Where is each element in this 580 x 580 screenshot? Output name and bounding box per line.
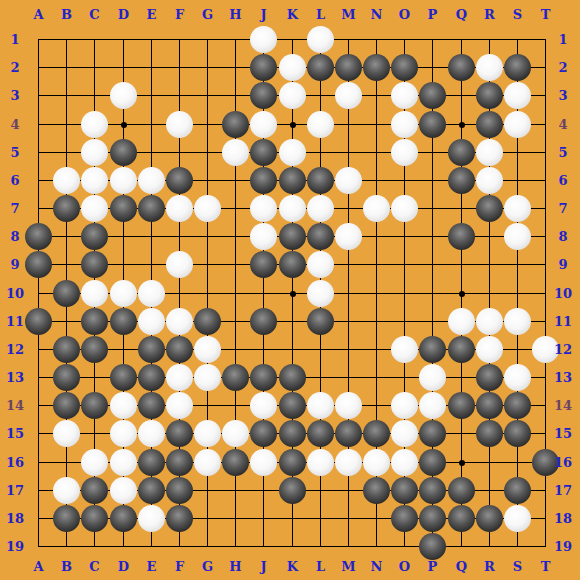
stone-white[interactable] xyxy=(307,251,334,278)
column-label-bottom: S xyxy=(507,559,529,575)
star-point xyxy=(290,291,296,297)
stone-white[interactable] xyxy=(194,420,221,447)
stone-white[interactable] xyxy=(335,449,362,476)
stone-black[interactable] xyxy=(81,477,108,504)
stone-white[interactable] xyxy=(250,111,277,138)
stone-black[interactable] xyxy=(307,308,334,335)
stone-black[interactable] xyxy=(476,420,503,447)
stone-white[interactable] xyxy=(504,308,531,335)
stone-black[interactable] xyxy=(279,167,306,194)
stone-black[interactable] xyxy=(53,392,80,419)
stone-white[interactable] xyxy=(250,392,277,419)
column-label-bottom: R xyxy=(479,559,501,575)
stone-black[interactable] xyxy=(166,336,193,363)
stone-white[interactable] xyxy=(504,82,531,109)
stone-black[interactable] xyxy=(476,505,503,532)
stone-black[interactable] xyxy=(110,364,137,391)
stone-white[interactable] xyxy=(166,195,193,222)
stone-black[interactable] xyxy=(138,449,165,476)
stone-white[interactable] xyxy=(81,449,108,476)
row-label-left: 13 xyxy=(4,370,26,386)
row-label-right: 1 xyxy=(552,32,574,48)
stone-black[interactable] xyxy=(166,420,193,447)
column-label-top: O xyxy=(394,7,416,23)
row-label-left: 16 xyxy=(4,455,26,471)
column-label-bottom: J xyxy=(253,559,275,575)
column-label-bottom: G xyxy=(197,559,219,575)
row-label-left: 7 xyxy=(4,201,26,217)
stone-white[interactable] xyxy=(222,420,249,447)
stone-white[interactable] xyxy=(250,195,277,222)
column-label-bottom: N xyxy=(366,559,388,575)
stone-black[interactable] xyxy=(307,420,334,447)
stone-white[interactable] xyxy=(279,82,306,109)
column-label-bottom: E xyxy=(141,559,163,575)
stone-white[interactable] xyxy=(307,26,334,53)
stone-black[interactable] xyxy=(250,251,277,278)
stone-white[interactable] xyxy=(166,251,193,278)
stone-white[interactable] xyxy=(363,449,390,476)
row-label-left: 11 xyxy=(4,314,26,330)
column-label-bottom: F xyxy=(169,559,191,575)
stone-white[interactable] xyxy=(391,420,418,447)
stone-white[interactable] xyxy=(504,195,531,222)
column-label-top: T xyxy=(535,7,557,23)
stone-black[interactable] xyxy=(166,167,193,194)
stone-white[interactable] xyxy=(110,82,137,109)
row-label-left: 2 xyxy=(4,60,26,76)
stone-black[interactable] xyxy=(448,223,475,250)
stone-black[interactable] xyxy=(419,449,446,476)
stone-white[interactable] xyxy=(110,280,137,307)
column-label-bottom: L xyxy=(310,559,332,575)
stone-white[interactable] xyxy=(504,223,531,250)
row-label-left: 15 xyxy=(4,426,26,442)
stone-black[interactable] xyxy=(476,111,503,138)
stone-black[interactable] xyxy=(448,477,475,504)
column-label-bottom: O xyxy=(394,559,416,575)
stone-black[interactable] xyxy=(476,392,503,419)
stone-white[interactable] xyxy=(166,308,193,335)
column-label-top: H xyxy=(225,7,247,23)
stone-white[interactable] xyxy=(279,54,306,81)
column-label-top: S xyxy=(507,7,529,23)
stone-white[interactable] xyxy=(222,139,249,166)
stone-black[interactable] xyxy=(81,505,108,532)
stone-white[interactable] xyxy=(476,336,503,363)
stone-black[interactable] xyxy=(53,364,80,391)
stone-black[interactable] xyxy=(419,420,446,447)
stone-black[interactable] xyxy=(138,195,165,222)
stone-white[interactable] xyxy=(391,449,418,476)
row-label-right: 11 xyxy=(552,314,574,330)
stone-black[interactable] xyxy=(448,54,475,81)
stone-black[interactable] xyxy=(504,420,531,447)
row-label-left: 6 xyxy=(4,173,26,189)
stone-black[interactable] xyxy=(419,336,446,363)
column-label-top: G xyxy=(197,7,219,23)
stone-black[interactable] xyxy=(391,54,418,81)
stone-white[interactable] xyxy=(391,392,418,419)
stone-white[interactable] xyxy=(110,167,137,194)
stone-white[interactable] xyxy=(279,139,306,166)
stone-black[interactable] xyxy=(250,420,277,447)
stone-black[interactable] xyxy=(110,139,137,166)
stone-black[interactable] xyxy=(307,223,334,250)
column-label-top: N xyxy=(366,7,388,23)
row-label-right: 8 xyxy=(552,229,574,245)
stone-white[interactable] xyxy=(110,392,137,419)
stone-black[interactable] xyxy=(250,308,277,335)
stone-white[interactable] xyxy=(81,280,108,307)
row-label-left: 4 xyxy=(4,117,26,133)
column-label-bottom: Q xyxy=(451,559,473,575)
stone-black[interactable] xyxy=(307,167,334,194)
stone-black[interactable] xyxy=(166,505,193,532)
stone-white[interactable] xyxy=(138,167,165,194)
grid-line-horizontal xyxy=(38,546,546,547)
stone-black[interactable] xyxy=(110,505,137,532)
stone-black[interactable] xyxy=(335,420,362,447)
stone-black[interactable] xyxy=(81,223,108,250)
column-label-bottom: H xyxy=(225,559,247,575)
stone-white[interactable] xyxy=(504,111,531,138)
column-label-top: Q xyxy=(451,7,473,23)
stone-white[interactable] xyxy=(307,280,334,307)
column-label-bottom: D xyxy=(113,559,135,575)
column-label-top: D xyxy=(113,7,135,23)
stone-black[interactable] xyxy=(419,477,446,504)
stone-white[interactable] xyxy=(391,336,418,363)
stone-white[interactable] xyxy=(250,26,277,53)
row-label-right: 7 xyxy=(552,201,574,217)
column-label-bottom: T xyxy=(535,559,557,575)
stone-black[interactable] xyxy=(25,251,52,278)
go-board[interactable] xyxy=(0,0,580,580)
stone-white[interactable] xyxy=(419,364,446,391)
stone-black[interactable] xyxy=(363,420,390,447)
stone-white[interactable] xyxy=(307,111,334,138)
stone-black[interactable] xyxy=(250,54,277,81)
stone-black[interactable] xyxy=(110,195,137,222)
go-board-app: AABBCCDDEEFFGGHHJJKKLLMMNNOOPPQQRRSSTT11… xyxy=(0,0,580,580)
stone-black[interactable] xyxy=(194,308,221,335)
column-label-top: J xyxy=(253,7,275,23)
stone-black[interactable] xyxy=(25,308,52,335)
row-label-left: 14 xyxy=(4,398,26,414)
stone-white[interactable] xyxy=(335,392,362,419)
stone-white[interactable] xyxy=(363,195,390,222)
stone-black[interactable] xyxy=(166,477,193,504)
stone-black[interactable] xyxy=(419,505,446,532)
stone-black[interactable] xyxy=(279,449,306,476)
stone-black[interactable] xyxy=(391,477,418,504)
stone-black[interactable] xyxy=(448,167,475,194)
column-label-bottom: C xyxy=(84,559,106,575)
star-point xyxy=(459,460,465,466)
stone-black[interactable] xyxy=(448,139,475,166)
stone-black[interactable] xyxy=(53,280,80,307)
stone-black[interactable] xyxy=(335,54,362,81)
stone-black[interactable] xyxy=(53,195,80,222)
stone-white[interactable] xyxy=(419,392,446,419)
stone-white[interactable] xyxy=(81,195,108,222)
row-label-left: 18 xyxy=(4,511,26,527)
stone-black[interactable] xyxy=(448,505,475,532)
stone-white[interactable] xyxy=(335,223,362,250)
stone-white[interactable] xyxy=(138,308,165,335)
column-label-top: B xyxy=(56,7,78,23)
star-point xyxy=(459,291,465,297)
row-label-left: 1 xyxy=(4,32,26,48)
stone-black[interactable] xyxy=(81,336,108,363)
stone-white[interactable] xyxy=(391,82,418,109)
stone-black[interactable] xyxy=(279,364,306,391)
stone-white[interactable] xyxy=(476,139,503,166)
stone-black[interactable] xyxy=(279,420,306,447)
stone-white[interactable] xyxy=(391,195,418,222)
stone-black[interactable] xyxy=(476,82,503,109)
star-point xyxy=(121,122,127,128)
stone-black[interactable] xyxy=(363,477,390,504)
stone-white[interactable] xyxy=(307,449,334,476)
stone-white[interactable] xyxy=(335,167,362,194)
stone-black[interactable] xyxy=(363,54,390,81)
stone-white[interactable] xyxy=(53,420,80,447)
stone-white[interactable] xyxy=(476,167,503,194)
stone-black[interactable] xyxy=(476,364,503,391)
row-label-right: 17 xyxy=(552,483,574,499)
stone-black[interactable] xyxy=(53,505,80,532)
stone-black[interactable] xyxy=(81,251,108,278)
row-label-right: 3 xyxy=(552,88,574,104)
stone-black[interactable] xyxy=(222,364,249,391)
row-label-right: 19 xyxy=(552,539,574,555)
stone-white[interactable] xyxy=(391,139,418,166)
stone-white[interactable] xyxy=(166,392,193,419)
stone-white[interactable] xyxy=(476,54,503,81)
row-label-right: 16 xyxy=(552,455,574,471)
stone-white[interactable] xyxy=(110,477,137,504)
row-label-right: 15 xyxy=(552,426,574,442)
row-label-left: 19 xyxy=(4,539,26,555)
stone-white[interactable] xyxy=(194,364,221,391)
column-label-top: L xyxy=(310,7,332,23)
stone-black[interactable] xyxy=(448,336,475,363)
stone-black[interactable] xyxy=(419,533,446,560)
stone-white[interactable] xyxy=(194,336,221,363)
stone-black[interactable] xyxy=(166,449,193,476)
stone-black[interactable] xyxy=(222,449,249,476)
stone-black[interactable] xyxy=(391,505,418,532)
stone-white[interactable] xyxy=(53,167,80,194)
stone-black[interactable] xyxy=(250,139,277,166)
row-label-left: 8 xyxy=(4,229,26,245)
stone-black[interactable] xyxy=(250,364,277,391)
stone-black[interactable] xyxy=(53,336,80,363)
stone-white[interactable] xyxy=(81,139,108,166)
column-label-top: R xyxy=(479,7,501,23)
row-label-right: 6 xyxy=(552,173,574,189)
stone-white[interactable] xyxy=(138,280,165,307)
stone-black[interactable] xyxy=(138,336,165,363)
stone-white[interactable] xyxy=(194,449,221,476)
column-label-top: C xyxy=(84,7,106,23)
stone-white[interactable] xyxy=(250,449,277,476)
column-label-top: M xyxy=(338,7,360,23)
row-label-right: 2 xyxy=(552,60,574,76)
stone-black[interactable] xyxy=(138,477,165,504)
stone-white[interactable] xyxy=(391,111,418,138)
stone-black[interactable] xyxy=(279,477,306,504)
row-label-right: 13 xyxy=(552,370,574,386)
stone-white[interactable] xyxy=(279,195,306,222)
stone-black[interactable] xyxy=(222,111,249,138)
column-label-top: A xyxy=(28,7,50,23)
column-label-top: K xyxy=(282,7,304,23)
stone-white[interactable] xyxy=(81,111,108,138)
stone-black[interactable] xyxy=(504,54,531,81)
stone-white[interactable] xyxy=(307,195,334,222)
column-label-top: E xyxy=(141,7,163,23)
row-label-left: 17 xyxy=(4,483,26,499)
star-point xyxy=(290,122,296,128)
stone-black[interactable] xyxy=(81,308,108,335)
stone-black[interactable] xyxy=(250,167,277,194)
stone-black[interactable] xyxy=(419,82,446,109)
stone-white[interactable] xyxy=(448,308,475,335)
stone-black[interactable] xyxy=(110,308,137,335)
row-label-left: 12 xyxy=(4,342,26,358)
stone-black[interactable] xyxy=(138,392,165,419)
stone-black[interactable] xyxy=(81,392,108,419)
row-label-left: 9 xyxy=(4,257,26,273)
stone-black[interactable] xyxy=(279,223,306,250)
stone-white[interactable] xyxy=(307,392,334,419)
row-label-left: 10 xyxy=(4,286,26,302)
stone-white[interactable] xyxy=(81,167,108,194)
stone-white[interactable] xyxy=(194,195,221,222)
column-label-top: F xyxy=(169,7,191,23)
stone-black[interactable] xyxy=(504,392,531,419)
stone-white[interactable] xyxy=(166,364,193,391)
star-point xyxy=(459,122,465,128)
stone-white[interactable] xyxy=(250,223,277,250)
row-label-right: 12 xyxy=(552,342,574,358)
column-label-bottom: K xyxy=(282,559,304,575)
stone-black[interactable] xyxy=(476,195,503,222)
stone-black[interactable] xyxy=(307,54,334,81)
stone-white[interactable] xyxy=(138,420,165,447)
row-label-right: 4 xyxy=(552,117,574,133)
column-label-bottom: M xyxy=(338,559,360,575)
stone-white[interactable] xyxy=(476,308,503,335)
row-label-right: 5 xyxy=(552,145,574,161)
stone-black[interactable] xyxy=(448,392,475,419)
stone-black[interactable] xyxy=(419,111,446,138)
stone-white[interactable] xyxy=(138,505,165,532)
column-label-bottom: P xyxy=(422,559,444,575)
stone-white[interactable] xyxy=(110,449,137,476)
stone-white[interactable] xyxy=(53,477,80,504)
stone-white[interactable] xyxy=(504,505,531,532)
row-label-right: 18 xyxy=(552,511,574,527)
stone-black[interactable] xyxy=(279,392,306,419)
stone-white[interactable] xyxy=(335,82,362,109)
row-label-right: 10 xyxy=(552,286,574,302)
row-label-left: 3 xyxy=(4,88,26,104)
column-label-top: P xyxy=(422,7,444,23)
stone-white[interactable] xyxy=(110,420,137,447)
stone-black[interactable] xyxy=(504,477,531,504)
stone-white[interactable] xyxy=(504,364,531,391)
row-label-left: 5 xyxy=(4,145,26,161)
stone-black[interactable] xyxy=(25,223,52,250)
row-label-right: 14 xyxy=(552,398,574,414)
row-label-right: 9 xyxy=(552,257,574,273)
stone-black[interactable] xyxy=(250,82,277,109)
column-label-bottom: A xyxy=(28,559,50,575)
stone-black[interactable] xyxy=(279,251,306,278)
stone-white[interactable] xyxy=(166,111,193,138)
column-label-bottom: B xyxy=(56,559,78,575)
stone-black[interactable] xyxy=(138,364,165,391)
